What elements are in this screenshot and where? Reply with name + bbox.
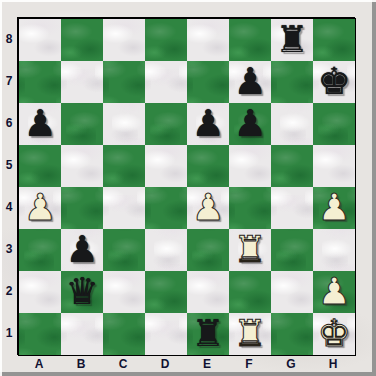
piece-white-pawn: ♟ (313, 271, 355, 313)
square-c1[interactable] (103, 313, 145, 355)
file-labels: ABCDEFGH (18, 356, 356, 374)
square-a1[interactable] (19, 313, 61, 355)
file-label-g: G (270, 356, 312, 374)
square-f3[interactable]: ♜ (229, 229, 271, 271)
chess-board: ♜♟♚♟♟♟♟♟♟♟♜♛♟♜♜♚ (18, 18, 356, 356)
square-e6[interactable]: ♟ (187, 103, 229, 145)
square-h1[interactable]: ♚ (313, 313, 355, 355)
rank-label-5: 5 (0, 144, 18, 186)
rank-label-2: 2 (0, 270, 18, 312)
square-e4[interactable]: ♟ (187, 187, 229, 229)
rank-label-3: 3 (0, 228, 18, 270)
square-b1[interactable] (61, 313, 103, 355)
square-c5[interactable] (103, 145, 145, 187)
square-e1[interactable]: ♜ (187, 313, 229, 355)
rank-label-7: 7 (0, 60, 18, 102)
rank-label-4: 4 (0, 186, 18, 228)
square-b6[interactable] (61, 103, 103, 145)
square-f2[interactable] (229, 271, 271, 313)
square-h2[interactable]: ♟ (313, 271, 355, 313)
piece-black-rook: ♜ (187, 313, 229, 355)
file-label-f: F (228, 356, 270, 374)
piece-black-pawn: ♟ (229, 103, 271, 145)
square-b7[interactable] (61, 61, 103, 103)
square-h3[interactable] (313, 229, 355, 271)
square-d2[interactable] (145, 271, 187, 313)
square-f4[interactable] (229, 187, 271, 229)
square-g7[interactable] (271, 61, 313, 103)
rank-label-1: 1 (0, 312, 18, 354)
square-d3[interactable] (145, 229, 187, 271)
piece-black-pawn: ♟ (229, 61, 271, 103)
square-a6[interactable]: ♟ (19, 103, 61, 145)
piece-black-king: ♚ (313, 61, 355, 103)
square-e7[interactable] (187, 61, 229, 103)
square-b5[interactable] (61, 145, 103, 187)
piece-white-pawn: ♟ (187, 187, 229, 229)
square-c3[interactable] (103, 229, 145, 271)
square-f7[interactable]: ♟ (229, 61, 271, 103)
square-g4[interactable] (271, 187, 313, 229)
square-a2[interactable] (19, 271, 61, 313)
piece-white-pawn: ♟ (313, 187, 355, 229)
square-b8[interactable] (61, 19, 103, 61)
square-g3[interactable] (271, 229, 313, 271)
square-h5[interactable] (313, 145, 355, 187)
square-a5[interactable] (19, 145, 61, 187)
piece-white-rook: ♜ (229, 229, 271, 271)
square-d8[interactable] (145, 19, 187, 61)
file-label-d: D (144, 356, 186, 374)
square-d5[interactable] (145, 145, 187, 187)
piece-black-rook: ♜ (271, 19, 313, 61)
piece-white-rook: ♜ (229, 313, 271, 355)
square-c7[interactable] (103, 61, 145, 103)
square-d7[interactable] (145, 61, 187, 103)
square-g1[interactable] (271, 313, 313, 355)
piece-black-pawn: ♟ (61, 229, 103, 271)
square-a8[interactable] (19, 19, 61, 61)
file-label-e: E (186, 356, 228, 374)
square-f1[interactable]: ♜ (229, 313, 271, 355)
square-a7[interactable] (19, 61, 61, 103)
rank-label-8: 8 (0, 18, 18, 60)
file-label-c: C (102, 356, 144, 374)
square-a4[interactable]: ♟ (19, 187, 61, 229)
square-b3[interactable]: ♟ (61, 229, 103, 271)
piece-black-pawn: ♟ (19, 103, 61, 145)
square-e2[interactable] (187, 271, 229, 313)
square-e3[interactable] (187, 229, 229, 271)
square-c4[interactable] (103, 187, 145, 229)
square-c8[interactable] (103, 19, 145, 61)
square-h4[interactable]: ♟ (313, 187, 355, 229)
square-c2[interactable] (103, 271, 145, 313)
square-h8[interactable] (313, 19, 355, 61)
square-g2[interactable] (271, 271, 313, 313)
piece-white-king: ♚ (313, 313, 355, 355)
piece-black-pawn: ♟ (187, 103, 229, 145)
square-g8[interactable]: ♜ (271, 19, 313, 61)
piece-white-pawn: ♟ (19, 187, 61, 229)
rank-label-6: 6 (0, 102, 18, 144)
square-h6[interactable] (313, 103, 355, 145)
square-f8[interactable] (229, 19, 271, 61)
square-d6[interactable] (145, 103, 187, 145)
square-a3[interactable] (19, 229, 61, 271)
square-g5[interactable] (271, 145, 313, 187)
file-label-b: B (60, 356, 102, 374)
file-label-a: A (18, 356, 60, 374)
square-b4[interactable] (61, 187, 103, 229)
chessboard-frame: 87654321 ♜♟♚♟♟♟♟♟♟♟♜♛♟♜♜♚ ABCDEFGH (0, 0, 376, 376)
square-e5[interactable] (187, 145, 229, 187)
square-c6[interactable] (103, 103, 145, 145)
square-b2[interactable]: ♛ (61, 271, 103, 313)
square-d1[interactable] (145, 313, 187, 355)
square-f6[interactable]: ♟ (229, 103, 271, 145)
rank-labels: 87654321 (0, 18, 18, 356)
square-e8[interactable] (187, 19, 229, 61)
piece-black-queen: ♛ (61, 271, 103, 313)
square-d4[interactable] (145, 187, 187, 229)
square-h7[interactable]: ♚ (313, 61, 355, 103)
square-g6[interactable] (271, 103, 313, 145)
square-f5[interactable] (229, 145, 271, 187)
file-label-h: H (312, 356, 354, 374)
